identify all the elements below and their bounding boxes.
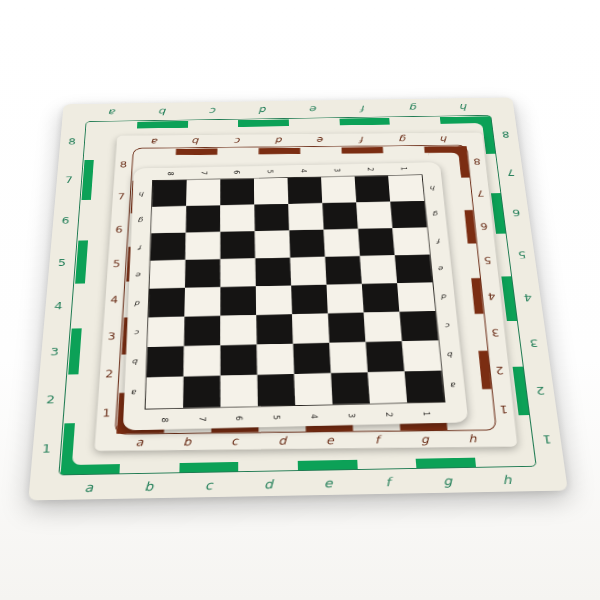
board-square bbox=[356, 202, 392, 229]
rank-label-text: 3 bbox=[50, 346, 59, 357]
board-square bbox=[390, 201, 427, 228]
file-label-text: a bbox=[135, 437, 143, 448]
rank-label: 4 bbox=[44, 284, 74, 329]
file-label: e bbox=[288, 100, 339, 118]
board-square bbox=[294, 373, 332, 405]
inner-letter-label: f bbox=[428, 227, 450, 254]
board-square bbox=[402, 340, 441, 371]
inner-letter-label-text: h bbox=[430, 185, 436, 191]
inner-num-label-text: 2 bbox=[384, 412, 393, 417]
stacked-boards-scene: abcdefghabcdefgh8765432187654321 abcdefg… bbox=[28, 97, 568, 500]
inner-num-label-text: 7 bbox=[200, 171, 208, 175]
file-label-text: f bbox=[360, 136, 364, 144]
board-square bbox=[256, 286, 292, 316]
inner-num-label: 4 bbox=[295, 406, 333, 426]
top-strip-cell bbox=[342, 147, 384, 154]
file-label-text: a bbox=[152, 137, 159, 145]
board-square bbox=[364, 312, 402, 342]
board-square bbox=[288, 203, 323, 230]
top-strip-cell bbox=[339, 118, 390, 125]
file-label: g bbox=[388, 99, 440, 117]
board-square bbox=[186, 179, 220, 206]
rank-label-text: 1 bbox=[542, 434, 552, 446]
rank-label-text: 2 bbox=[495, 365, 504, 375]
rank-label: 2 bbox=[35, 375, 66, 424]
file-label-text: b bbox=[144, 480, 153, 492]
inner-num-label-text: 2 bbox=[366, 168, 374, 172]
rank-label-text: 2 bbox=[535, 385, 545, 396]
file-label: h bbox=[438, 98, 490, 116]
board-square bbox=[291, 285, 328, 314]
file-label-text: c bbox=[231, 436, 238, 447]
bottom-strip-cell bbox=[416, 457, 476, 467]
inner-letter-label-text: b bbox=[448, 351, 454, 358]
file-label: d bbox=[259, 134, 300, 147]
rank-label-text: 7 bbox=[506, 168, 515, 177]
file-label: g bbox=[382, 133, 424, 146]
board-square bbox=[220, 375, 257, 407]
rank-label-text: 8 bbox=[473, 157, 481, 165]
inner-letter-label-text: f bbox=[139, 244, 142, 251]
board-square bbox=[186, 205, 221, 232]
file-label: f bbox=[341, 133, 383, 146]
file-label: h bbox=[423, 133, 465, 146]
inner-letter-label-text: f bbox=[437, 238, 441, 244]
file-label: c bbox=[211, 433, 259, 450]
file-label: d bbox=[238, 101, 288, 119]
board-square bbox=[257, 344, 294, 375]
board-square bbox=[148, 317, 185, 347]
file-label: b bbox=[118, 473, 179, 499]
inner-num-label: 1 bbox=[387, 163, 421, 176]
rank-label: 6 bbox=[51, 200, 79, 242]
board-square bbox=[256, 314, 293, 344]
inner-letter-label: b bbox=[125, 347, 147, 378]
file-label: b bbox=[138, 102, 189, 120]
file-label: f bbox=[353, 431, 401, 448]
file-label: b bbox=[163, 433, 211, 450]
inner-num-label: 5 bbox=[254, 165, 288, 178]
inner-num-label-text: 7 bbox=[198, 417, 207, 422]
inner-letter-label-text: g bbox=[433, 211, 439, 217]
inner-num-label: 3 bbox=[333, 406, 371, 426]
top-strip-cell bbox=[300, 147, 342, 154]
inner-letter-label: h bbox=[423, 175, 444, 201]
file-label-text: e bbox=[326, 435, 334, 446]
board-square bbox=[358, 228, 395, 256]
rank-label-text: 1 bbox=[42, 443, 52, 455]
board-square bbox=[220, 286, 256, 316]
board-square bbox=[395, 255, 433, 284]
rank-label: 8 bbox=[114, 149, 133, 181]
rank-label-text: 5 bbox=[113, 259, 121, 268]
file-label: d bbox=[239, 471, 299, 497]
board-square bbox=[150, 260, 186, 289]
file-label: a bbox=[58, 474, 119, 500]
inner-letter-label-text: d bbox=[135, 300, 141, 307]
file-label-text: d bbox=[278, 435, 286, 446]
file-label-text: d bbox=[264, 478, 273, 490]
inner-num-label-text: 5 bbox=[267, 170, 275, 174]
board-square bbox=[290, 257, 326, 286]
inner-letter-label: e bbox=[129, 261, 150, 289]
rank-label-text: 5 bbox=[58, 257, 67, 267]
board-square bbox=[355, 176, 391, 203]
inner-letter-label-text: a bbox=[451, 382, 457, 389]
rank-label-text: 8 bbox=[501, 130, 510, 139]
rank-label-text: 8 bbox=[120, 160, 128, 168]
board-square bbox=[220, 315, 256, 345]
rank-label: 4 bbox=[104, 282, 124, 318]
rank-label-text: 8 bbox=[68, 137, 76, 146]
file-label-text: f bbox=[375, 434, 380, 445]
inner-num-label-text: 4 bbox=[310, 414, 319, 419]
file-label-text: c bbox=[205, 479, 213, 491]
bottom-strip-cell bbox=[357, 458, 417, 468]
file-label: h bbox=[476, 467, 538, 492]
file-label-text: g bbox=[410, 103, 418, 112]
file-label: f bbox=[357, 469, 418, 494]
inner-num-label: 8 bbox=[154, 167, 188, 180]
board-square bbox=[185, 232, 220, 260]
rank-label-text: 5 bbox=[517, 250, 526, 260]
inner-num-label-text: 1 bbox=[422, 411, 431, 416]
rank-label-text: 6 bbox=[61, 215, 70, 225]
top-strip-cell bbox=[389, 117, 440, 124]
file-label: c bbox=[217, 134, 258, 147]
file-label-text: b bbox=[183, 436, 191, 447]
board-square bbox=[220, 179, 254, 206]
inner-num-label-text: 6 bbox=[233, 170, 241, 174]
inner-letter-label-text: d bbox=[442, 293, 448, 300]
file-label-text: h bbox=[441, 135, 449, 143]
board-square bbox=[185, 259, 220, 288]
board-square bbox=[147, 346, 184, 377]
board-square bbox=[405, 371, 445, 403]
rank-label-text: 3 bbox=[108, 331, 116, 341]
file-label-text: c bbox=[235, 137, 241, 145]
file-label-text: f bbox=[361, 104, 366, 113]
file-label-text: a bbox=[84, 481, 93, 493]
inner-num-label-text: 4 bbox=[300, 169, 308, 173]
board-square bbox=[220, 231, 255, 259]
board-square bbox=[362, 283, 400, 312]
top-strip-cell bbox=[259, 147, 301, 154]
top-strip-cell bbox=[238, 119, 289, 126]
black-chessboard-card: 8765432187654321hgfedcbahgfedcba bbox=[123, 162, 469, 430]
inner-num-label-text: 1 bbox=[400, 167, 408, 171]
board-square bbox=[388, 175, 424, 202]
inner-letter-label-text: g bbox=[139, 217, 144, 223]
board-square bbox=[185, 287, 221, 317]
inner-num-label: 6 bbox=[221, 408, 259, 428]
inner-letter-label: g bbox=[131, 207, 151, 234]
board-square bbox=[288, 177, 323, 204]
board-square bbox=[184, 316, 220, 346]
inner-letter-label: c bbox=[126, 317, 147, 347]
rank-label-text: 7 bbox=[117, 192, 125, 201]
board-square bbox=[151, 206, 186, 233]
board-square bbox=[149, 288, 185, 318]
board-square bbox=[400, 311, 439, 341]
board-square bbox=[220, 345, 257, 376]
file-label: a bbox=[87, 103, 138, 121]
inner-num-label: 6 bbox=[221, 166, 254, 179]
rank-label-text: 3 bbox=[491, 327, 500, 337]
board-square bbox=[255, 258, 291, 287]
inner-letter-label: a bbox=[124, 377, 146, 409]
inner-letter-label: f bbox=[130, 234, 150, 262]
rank-label-text: 3 bbox=[529, 338, 539, 349]
inner-letter-label-text: e bbox=[439, 265, 445, 272]
inner-letter-label-text: a bbox=[132, 389, 138, 397]
board-square bbox=[331, 372, 370, 404]
board-square bbox=[321, 177, 356, 204]
inner-letter-label: a bbox=[442, 370, 466, 401]
rank-label: 5 bbox=[48, 241, 77, 284]
inner-num-label: 8 bbox=[145, 410, 183, 430]
inner-letter-label: b bbox=[439, 340, 462, 371]
file-label-text: a bbox=[109, 108, 117, 117]
file-label-text: h bbox=[460, 102, 468, 111]
top-strip-cell bbox=[289, 118, 340, 125]
board-square bbox=[293, 343, 331, 374]
rank-label-text: 5 bbox=[484, 256, 492, 265]
inner-num-label: 3 bbox=[320, 164, 354, 177]
inner-num-label: 5 bbox=[258, 407, 296, 427]
rank-label: 8 bbox=[467, 146, 487, 178]
rank-label: 7 bbox=[471, 177, 491, 210]
file-label: g bbox=[401, 431, 450, 448]
file-label-text: h bbox=[502, 473, 512, 485]
rank-label: 1 bbox=[96, 393, 117, 433]
rank-label: 6 bbox=[474, 210, 495, 244]
top-strip-cell bbox=[217, 148, 259, 155]
board-square bbox=[328, 313, 366, 343]
rank-label: 8 bbox=[59, 122, 86, 160]
top-strip-cell bbox=[383, 146, 425, 153]
inner-letter-label: d bbox=[433, 282, 456, 311]
chess-field bbox=[145, 174, 446, 409]
board-square bbox=[325, 256, 362, 285]
board-square bbox=[220, 205, 255, 232]
file-label: h bbox=[448, 431, 497, 448]
file-label-text: d bbox=[260, 105, 268, 114]
bottom-strip-cell bbox=[239, 460, 298, 470]
rank-label-text: 6 bbox=[115, 225, 123, 234]
inner-letter-label-text: c bbox=[445, 322, 450, 329]
rank-label: 3 bbox=[39, 328, 69, 375]
photo-canvas: abcdefghabcdefgh8765432187654321 abcdefg… bbox=[0, 0, 600, 600]
rank-label-text: 6 bbox=[512, 208, 521, 218]
file-label-text: g bbox=[420, 434, 429, 445]
inner-num-label-text: 3 bbox=[333, 168, 341, 172]
rank-label-text: 1 bbox=[499, 404, 508, 415]
file-label-text: e bbox=[310, 105, 318, 114]
file-label: a bbox=[115, 434, 163, 451]
inner-num-label-text: 8 bbox=[166, 172, 174, 176]
rank-label: 7 bbox=[55, 160, 83, 200]
rank-label-text: 4 bbox=[523, 293, 533, 303]
file-label-text: e bbox=[324, 476, 333, 488]
board-square bbox=[322, 202, 358, 229]
board-square bbox=[329, 342, 367, 373]
inner-letter-label: d bbox=[128, 289, 149, 318]
file-label: a bbox=[134, 135, 176, 148]
top-strip-cell bbox=[137, 121, 188, 129]
file-label-text: d bbox=[276, 136, 283, 144]
bottom-strip-cell bbox=[120, 463, 180, 473]
file-label: c bbox=[188, 102, 238, 120]
board-square bbox=[150, 233, 185, 261]
inner-letter-label: c bbox=[436, 310, 459, 340]
file-label: f bbox=[338, 99, 389, 117]
top-strip-cell bbox=[175, 148, 217, 155]
board-square bbox=[220, 258, 255, 287]
board-square bbox=[368, 371, 407, 403]
file-label-text: h bbox=[468, 433, 477, 444]
board-square bbox=[393, 227, 430, 255]
rank-label: 3 bbox=[101, 318, 122, 355]
rank-label-text: 2 bbox=[46, 393, 56, 404]
inner-num-label: 7 bbox=[183, 409, 221, 429]
bottom-strip-cell bbox=[179, 461, 238, 471]
board-square bbox=[254, 204, 289, 231]
file-label: e bbox=[300, 134, 342, 147]
file-label: b bbox=[176, 135, 218, 148]
rank-label-text: 4 bbox=[54, 301, 63, 312]
inner-num-label-text: 5 bbox=[272, 415, 281, 420]
inner-letter-label: h bbox=[132, 181, 152, 207]
board-square bbox=[292, 313, 329, 343]
rank-label-text: 7 bbox=[477, 189, 485, 198]
board-square bbox=[397, 282, 435, 311]
bottom-strip-cell bbox=[298, 459, 358, 469]
file-label: g bbox=[417, 468, 479, 493]
rank-label: 7 bbox=[112, 181, 131, 214]
board-square bbox=[152, 180, 186, 207]
inner-letter-label-text: c bbox=[135, 329, 140, 336]
board-square bbox=[254, 178, 288, 205]
inner-num-label: 7 bbox=[187, 167, 221, 180]
board-square bbox=[183, 376, 220, 408]
file-label-text: c bbox=[210, 106, 217, 115]
board-square bbox=[289, 230, 325, 258]
inner-letter-label-text: b bbox=[133, 358, 139, 365]
board-square bbox=[184, 345, 221, 376]
inner-num-label-text: 6 bbox=[235, 416, 244, 421]
file-label: d bbox=[258, 432, 306, 449]
inner-num-label: 2 bbox=[370, 405, 409, 425]
rank-label-text: 4 bbox=[487, 291, 496, 301]
file-label: e bbox=[298, 470, 359, 496]
inner-num-label: 2 bbox=[354, 163, 388, 176]
file-label-text: f bbox=[385, 475, 391, 487]
rank-label: 1 bbox=[31, 423, 63, 474]
board-square bbox=[366, 341, 405, 372]
rank-label-text: 6 bbox=[480, 222, 488, 231]
rank-label: 6 bbox=[109, 213, 129, 247]
board-square bbox=[324, 229, 360, 257]
rank-label-text: 7 bbox=[65, 175, 74, 184]
rank-label: 8 bbox=[491, 116, 520, 154]
file-label-text: b bbox=[193, 137, 200, 145]
rank-label-text: 4 bbox=[110, 295, 118, 305]
file-label-text: g bbox=[442, 474, 452, 486]
file-label: e bbox=[306, 432, 354, 449]
inner-num-label: 4 bbox=[287, 165, 321, 178]
file-label-text: b bbox=[159, 107, 167, 116]
inner-letter-label-text: e bbox=[137, 272, 142, 279]
file-label-text: g bbox=[399, 135, 407, 143]
inner-letter-label-text: h bbox=[140, 191, 145, 197]
inner-letter-label: g bbox=[425, 201, 447, 228]
inner-letter-label: e bbox=[431, 254, 453, 282]
rank-label: 5 bbox=[107, 247, 127, 282]
file-label-text: e bbox=[317, 136, 324, 144]
rank-label-text: 1 bbox=[102, 408, 111, 419]
board-square bbox=[257, 374, 295, 406]
board-square bbox=[327, 284, 364, 313]
inner-num-label-text: 8 bbox=[160, 417, 169, 422]
board-square bbox=[360, 255, 397, 284]
board-square bbox=[255, 230, 290, 258]
inner-num-label-text: 3 bbox=[347, 413, 356, 418]
board-square bbox=[146, 377, 184, 409]
top-strip-cell bbox=[188, 120, 239, 127]
rank-label-text: 2 bbox=[105, 369, 114, 379]
inner-num-label: 1 bbox=[407, 404, 446, 424]
file-label: c bbox=[178, 472, 238, 498]
